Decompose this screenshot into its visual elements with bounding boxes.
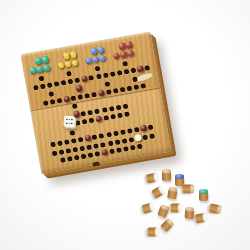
loose-peg-cap [149, 202, 156, 212]
board-hole[interactable] [140, 83, 146, 89]
loose-peg[interactable] [171, 204, 183, 213]
board-hole[interactable] [75, 78, 81, 84]
board-hole[interactable] [33, 85, 39, 91]
board-hole[interactable] [104, 81, 110, 87]
board-hole[interactable] [93, 143, 99, 149]
loose-peg-cap [175, 174, 184, 179]
board-hole[interactable] [115, 105, 121, 111]
board-hole[interactable] [72, 104, 78, 110]
loose-peg-cap [178, 204, 183, 213]
board-hole[interactable] [123, 69, 129, 75]
board-hole[interactable] [78, 137, 84, 143]
loose-peg-cap [190, 185, 195, 194]
die-pip [69, 119, 71, 121]
board-hole[interactable] [148, 125, 154, 131]
die-pip [68, 122, 70, 124]
board-hole[interactable] [54, 81, 60, 87]
board-hole[interactable] [149, 133, 155, 139]
board-hole[interactable] [106, 89, 112, 95]
loose-peg-cap [185, 207, 194, 212]
die-pip [71, 123, 73, 125]
loose-peg[interactable] [162, 169, 171, 181]
board-hole[interactable] [108, 106, 114, 112]
board-hole[interactable] [116, 70, 122, 76]
board-hole[interactable] [109, 149, 115, 155]
board-hole[interactable] [124, 112, 130, 118]
board-hole[interactable] [89, 118, 95, 124]
board-hole[interactable] [114, 139, 120, 145]
board-hole[interactable] [88, 110, 94, 116]
board-hole[interactable] [64, 140, 70, 146]
board-hole[interactable] [48, 91, 54, 97]
board-hole[interactable] [73, 147, 79, 153]
board-hole[interactable] [134, 127, 140, 133]
board-hole[interactable] [75, 120, 81, 126]
die[interactable] [63, 116, 75, 128]
board-hole[interactable] [88, 153, 94, 159]
die-pips [65, 117, 73, 125]
loose-peg[interactable] [199, 189, 208, 201]
board-hole[interactable] [122, 104, 128, 110]
board-hole[interactable] [110, 71, 116, 77]
board-hole[interactable] [50, 99, 56, 105]
loose-peg[interactable] [151, 185, 166, 199]
loose-peg[interactable] [142, 202, 156, 214]
board-hole[interactable] [94, 66, 100, 72]
board-hole[interactable] [96, 74, 102, 80]
board-hole[interactable] [71, 95, 77, 101]
board-hole[interactable] [95, 151, 101, 157]
board-hole[interactable] [60, 157, 66, 163]
board-hole[interactable] [137, 144, 143, 150]
board-hole[interactable] [116, 148, 122, 154]
board-hole[interactable] [126, 86, 132, 92]
board-hole[interactable] [47, 82, 53, 88]
board-hole[interactable] [80, 145, 86, 151]
board-hole[interactable] [120, 130, 126, 136]
loose-peg-cap [216, 205, 222, 215]
loose-peg[interactable] [160, 218, 175, 233]
board-hole[interactable] [112, 88, 118, 94]
board-hole[interactable] [127, 129, 133, 135]
board-hole[interactable] [99, 133, 105, 139]
board-hole[interactable] [57, 141, 63, 147]
board-hole[interactable] [130, 68, 136, 74]
board-hole[interactable] [130, 145, 136, 151]
loose-peg[interactable] [167, 186, 178, 199]
board-hole[interactable] [103, 116, 109, 122]
loose-peg-cap [153, 173, 159, 183]
board-hole[interactable] [144, 65, 150, 71]
board-hole[interactable] [71, 138, 77, 144]
board-hole[interactable] [40, 84, 46, 90]
loose-peg[interactable] [157, 204, 170, 218]
board-hole[interactable] [113, 131, 119, 137]
die-pip [66, 122, 68, 124]
board-hole[interactable] [121, 138, 127, 144]
board-hole[interactable] [106, 132, 112, 138]
board-hole[interactable] [66, 70, 72, 76]
board-grid [27, 38, 164, 167]
board-hole[interactable] [95, 108, 101, 114]
board-hole[interactable] [103, 73, 109, 79]
board-hole[interactable] [142, 134, 148, 140]
board-hole[interactable] [74, 155, 80, 161]
loose-peg[interactable] [209, 204, 222, 215]
board-hole[interactable] [82, 119, 88, 125]
board-hole[interactable] [43, 100, 49, 106]
board-hole[interactable] [66, 148, 72, 154]
board-hole[interactable] [61, 80, 67, 86]
board-hole[interactable] [92, 92, 98, 98]
die-pip [66, 118, 68, 120]
board-hole[interactable] [102, 107, 108, 113]
loose-peg-cap [162, 169, 171, 174]
loose-peg-cap [155, 228, 160, 237]
loose-peg-cap [199, 189, 208, 194]
board-hole[interactable] [119, 87, 125, 93]
board-hole[interactable] [107, 141, 113, 147]
board-hole[interactable] [100, 142, 106, 148]
board-hole[interactable] [50, 142, 56, 148]
board-hole[interactable] [68, 79, 74, 85]
die-pip [71, 119, 73, 121]
board-hole[interactable] [81, 111, 87, 117]
board-hole[interactable] [39, 75, 45, 81]
loose-peg[interactable] [184, 207, 194, 220]
game-board[interactable] [20, 31, 171, 174]
board-hole[interactable] [85, 93, 91, 99]
board-hole[interactable] [110, 114, 116, 120]
loose-peg[interactable] [183, 185, 195, 194]
board-hole[interactable] [78, 94, 84, 100]
board-hole[interactable] [59, 149, 65, 155]
board-hole[interactable] [89, 75, 95, 81]
board-hole[interactable] [133, 84, 139, 90]
board-hole[interactable] [67, 156, 73, 162]
board-hole[interactable] [57, 98, 63, 104]
board-hole[interactable] [128, 137, 134, 143]
board-hole[interactable] [122, 61, 128, 67]
loose-peg[interactable] [146, 173, 159, 184]
board-hole[interactable] [81, 154, 87, 160]
board-hole[interactable] [123, 146, 129, 152]
loose-peg-cap [202, 213, 208, 223]
board-gap [156, 138, 164, 148]
board-hole[interactable] [70, 130, 76, 136]
photo-background [0, 0, 250, 250]
loose-peg[interactable] [148, 228, 160, 237]
board-hole[interactable] [117, 113, 123, 119]
board-clasp-notch [92, 161, 100, 166]
board-hole[interactable] [132, 76, 138, 82]
board-hole[interactable] [92, 135, 98, 141]
loose-peg[interactable] [195, 213, 208, 224]
board-hole[interactable] [52, 150, 58, 156]
board-hole[interactable] [87, 144, 93, 150]
